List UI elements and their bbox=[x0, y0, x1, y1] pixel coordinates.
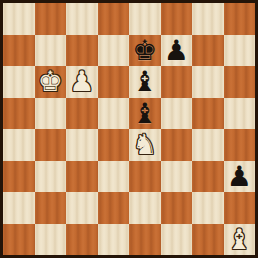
square-d3[interactable] bbox=[98, 161, 130, 193]
square-a7[interactable] bbox=[3, 35, 35, 67]
square-e5[interactable]: ♝ bbox=[129, 98, 161, 130]
square-h4[interactable] bbox=[224, 129, 256, 161]
square-h3[interactable]: ♟ bbox=[224, 161, 256, 193]
piece-black-bishop[interactable]: ♝ bbox=[129, 98, 161, 130]
square-f1[interactable] bbox=[161, 224, 193, 256]
square-c6[interactable]: ♟ bbox=[66, 66, 98, 98]
square-e4[interactable]: ♞ bbox=[129, 129, 161, 161]
piece-white-bishop[interactable]: ♝ bbox=[224, 224, 256, 256]
square-h8[interactable] bbox=[224, 3, 256, 35]
square-a2[interactable] bbox=[3, 192, 35, 224]
square-f3[interactable] bbox=[161, 161, 193, 193]
square-b6[interactable]: ♚ bbox=[35, 66, 67, 98]
square-c7[interactable] bbox=[66, 35, 98, 67]
piece-black-pawn[interactable]: ♟ bbox=[161, 35, 193, 67]
square-b7[interactable] bbox=[35, 35, 67, 67]
square-c5[interactable] bbox=[66, 98, 98, 130]
piece-white-pawn[interactable]: ♟ bbox=[66, 66, 98, 98]
square-b1[interactable] bbox=[35, 224, 67, 256]
square-h6[interactable] bbox=[224, 66, 256, 98]
square-b4[interactable] bbox=[35, 129, 67, 161]
square-b3[interactable] bbox=[35, 161, 67, 193]
square-e1[interactable] bbox=[129, 224, 161, 256]
square-d5[interactable] bbox=[98, 98, 130, 130]
square-h5[interactable] bbox=[224, 98, 256, 130]
square-b8[interactable] bbox=[35, 3, 67, 35]
square-g3[interactable] bbox=[192, 161, 224, 193]
square-g4[interactable] bbox=[192, 129, 224, 161]
chess-board: ♚♟♚♟♝♝♞♟♝ bbox=[3, 3, 255, 255]
square-g5[interactable] bbox=[192, 98, 224, 130]
square-e3[interactable] bbox=[129, 161, 161, 193]
square-f5[interactable] bbox=[161, 98, 193, 130]
square-b2[interactable] bbox=[35, 192, 67, 224]
square-d6[interactable] bbox=[98, 66, 130, 98]
square-c1[interactable] bbox=[66, 224, 98, 256]
square-a5[interactable] bbox=[3, 98, 35, 130]
square-a6[interactable] bbox=[3, 66, 35, 98]
square-h7[interactable] bbox=[224, 35, 256, 67]
square-f8[interactable] bbox=[161, 3, 193, 35]
square-g6[interactable] bbox=[192, 66, 224, 98]
piece-black-pawn[interactable]: ♟ bbox=[224, 161, 256, 193]
square-g1[interactable] bbox=[192, 224, 224, 256]
square-a3[interactable] bbox=[3, 161, 35, 193]
square-e8[interactable] bbox=[129, 3, 161, 35]
piece-white-king[interactable]: ♚ bbox=[35, 66, 67, 98]
chess-board-frame: ♚♟♚♟♝♝♞♟♝ bbox=[0, 0, 258, 258]
square-g8[interactable] bbox=[192, 3, 224, 35]
square-c2[interactable] bbox=[66, 192, 98, 224]
square-f2[interactable] bbox=[161, 192, 193, 224]
square-h2[interactable] bbox=[224, 192, 256, 224]
square-c4[interactable] bbox=[66, 129, 98, 161]
square-b5[interactable] bbox=[35, 98, 67, 130]
square-g2[interactable] bbox=[192, 192, 224, 224]
square-c8[interactable] bbox=[66, 3, 98, 35]
square-d1[interactable] bbox=[98, 224, 130, 256]
piece-white-knight[interactable]: ♞ bbox=[129, 129, 161, 161]
piece-black-bishop[interactable]: ♝ bbox=[129, 66, 161, 98]
square-f4[interactable] bbox=[161, 129, 193, 161]
square-a8[interactable] bbox=[3, 3, 35, 35]
square-e2[interactable] bbox=[129, 192, 161, 224]
square-d2[interactable] bbox=[98, 192, 130, 224]
square-e7[interactable]: ♚ bbox=[129, 35, 161, 67]
piece-black-king[interactable]: ♚ bbox=[129, 35, 161, 67]
square-d8[interactable] bbox=[98, 3, 130, 35]
square-a1[interactable] bbox=[3, 224, 35, 256]
square-f6[interactable] bbox=[161, 66, 193, 98]
square-e6[interactable]: ♝ bbox=[129, 66, 161, 98]
square-a4[interactable] bbox=[3, 129, 35, 161]
square-d7[interactable] bbox=[98, 35, 130, 67]
square-g7[interactable] bbox=[192, 35, 224, 67]
square-d4[interactable] bbox=[98, 129, 130, 161]
square-f7[interactable]: ♟ bbox=[161, 35, 193, 67]
square-c3[interactable] bbox=[66, 161, 98, 193]
square-h1[interactable]: ♝ bbox=[224, 224, 256, 256]
